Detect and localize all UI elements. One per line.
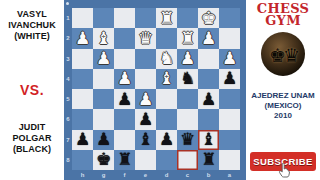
square-g3[interactable]: ♟ (93, 49, 114, 69)
square-a1[interactable] (219, 8, 240, 28)
square-e6[interactable]: ♟ (135, 109, 156, 129)
square-f7[interactable] (114, 130, 135, 150)
white-bishop-d4: ♝ (159, 70, 174, 87)
square-g6[interactable] (93, 109, 114, 129)
square-f6[interactable] (114, 109, 135, 129)
rank-label-2: 2 (64, 28, 72, 48)
file-label-f: f (114, 170, 135, 180)
square-d1[interactable]: ♜ (156, 8, 177, 28)
black-queen-c7: ♛ (180, 131, 195, 148)
square-f3[interactable] (114, 49, 135, 69)
square-a4[interactable]: ♟ (219, 69, 240, 89)
black-pawn-b5: ♟ (201, 90, 216, 107)
square-f8[interactable]: ♜ (114, 150, 135, 170)
square-d3[interactable]: ♞ (156, 49, 177, 69)
black-pawn-e6: ♟ (138, 110, 153, 127)
square-e4[interactable] (135, 69, 156, 89)
rank-label-3: 3 (64, 49, 72, 69)
square-c8[interactable] (177, 150, 198, 170)
square-g7[interactable]: ♟ (93, 130, 114, 150)
channel-logo: ♚♛ (261, 32, 305, 76)
board-corner-dot (66, 2, 70, 6)
black-bishop-b7: ♝ (201, 131, 216, 148)
square-h7[interactable]: ♟ (72, 130, 93, 150)
white-pawn-c3: ♟ (180, 50, 195, 67)
file-label-e: e (135, 170, 156, 180)
square-b3[interactable] (198, 49, 219, 69)
black-rook-b8: ♜ (201, 151, 216, 168)
square-g4[interactable] (93, 69, 114, 89)
black-king-g8: ♚ (96, 151, 111, 168)
black-pawn-g7: ♟ (96, 131, 111, 148)
square-d5[interactable] (156, 89, 177, 109)
square-c5[interactable] (177, 89, 198, 109)
square-g8[interactable]: ♚ (93, 150, 114, 170)
square-h2[interactable]: ♟ (72, 28, 93, 48)
square-d2[interactable] (156, 28, 177, 48)
square-d6[interactable] (156, 109, 177, 129)
vs-label: VS. (0, 82, 64, 98)
black-pawn-d7: ♟ (159, 131, 174, 148)
square-b6[interactable] (198, 109, 219, 129)
square-b5[interactable]: ♟ (198, 89, 219, 109)
rank-label-4: 4 (64, 69, 72, 89)
square-c4[interactable]: ♞ (177, 69, 198, 89)
square-b1[interactable]: ♚ (198, 8, 219, 28)
file-label-g: g (93, 170, 114, 180)
subscribe-button[interactable]: SUBSCRIBE (250, 152, 316, 171)
square-c2[interactable]: ♜ (177, 28, 198, 48)
rank-label-5: 5 (64, 89, 72, 109)
branding-panel: CHESS GYM ♚♛ AJEDREZ UNAM (MEXICO) 2010 … (246, 0, 320, 180)
square-c7[interactable]: ♛ (177, 130, 198, 150)
channel-brand: CHESS GYM (246, 3, 320, 28)
white-pawn-h2: ♟ (75, 29, 90, 46)
square-h4[interactable] (72, 69, 93, 89)
square-e1[interactable] (135, 8, 156, 28)
square-b4[interactable] (198, 69, 219, 89)
square-a3[interactable]: ♟ (219, 49, 240, 69)
rank-label-1: 1 (64, 8, 72, 28)
white-pawn-a3: ♟ (222, 50, 237, 67)
white-pawn-b2: ♟ (201, 29, 216, 46)
square-e2[interactable]: ♛ (135, 28, 156, 48)
square-b8[interactable]: ♜ (198, 150, 219, 170)
chess-board: ♜♚♟♝♛♜♟♟♞♟♟♟♝♞♟♟♟♟♟♟♟♝♟♛♝♚♜♜ (72, 8, 240, 170)
white-knight-d3: ♞ (159, 50, 174, 67)
square-a5[interactable] (219, 89, 240, 109)
black-pawn-a4: ♟ (222, 70, 237, 87)
square-d7[interactable]: ♟ (156, 130, 177, 150)
square-e7[interactable]: ♝ (135, 130, 156, 150)
logo-chess-pieces-icon: ♚♛ (269, 46, 297, 65)
event-title: AJEDREZ UNAM (MEXICO) 2010 (246, 91, 320, 121)
white-pawn-e5: ♟ (138, 90, 153, 107)
square-a8[interactable] (219, 150, 240, 170)
black-pawn-f5: ♟ (117, 90, 132, 107)
file-label-d: d (156, 170, 177, 180)
square-h8[interactable] (72, 150, 93, 170)
video-thumbnail: VASYL IVANCHUK (WHITE) VS. JUDIT POLGAR … (0, 0, 320, 180)
white-rook-c2: ♜ (180, 29, 195, 46)
square-c6[interactable] (177, 109, 198, 129)
white-player-name: VASYL IVANCHUK (WHITE) (0, 9, 64, 42)
black-pawn-h7: ♟ (75, 131, 90, 148)
rank-label-8: 8 (64, 150, 72, 170)
square-f2[interactable] (114, 28, 135, 48)
black-bishop-e7: ♝ (138, 131, 153, 148)
rank-label-7: 7 (64, 130, 72, 150)
square-a6[interactable] (219, 109, 240, 129)
square-e5[interactable]: ♟ (135, 89, 156, 109)
file-label-a: a (219, 170, 240, 180)
square-a2[interactable] (219, 28, 240, 48)
square-h6[interactable] (72, 109, 93, 129)
file-label-c: c (177, 170, 198, 180)
square-d4[interactable]: ♝ (156, 69, 177, 89)
square-a7[interactable] (219, 130, 240, 150)
square-h3[interactable] (72, 49, 93, 69)
square-c1[interactable] (177, 8, 198, 28)
black-rook-f8: ♜ (117, 151, 132, 168)
square-e8[interactable] (135, 150, 156, 170)
black-knight-c4: ♞ (180, 70, 195, 87)
chess-board-frame: ♜♚♟♝♛♜♟♟♞♟♟♟♝♞♟♟♟♟♟♟♟♝♟♛♝♚♜♜ 12345678 hg… (64, 0, 246, 180)
square-f5[interactable]: ♟ (114, 89, 135, 109)
square-g5[interactable] (93, 89, 114, 109)
square-e3[interactable] (135, 49, 156, 69)
file-label-b: b (198, 170, 219, 180)
file-label-h: h (72, 170, 93, 180)
square-g2[interactable]: ♝ (93, 28, 114, 48)
white-bishop-g2: ♝ (96, 29, 111, 46)
square-g1[interactable] (93, 8, 114, 28)
white-queen-e2: ♛ (138, 29, 153, 46)
square-d8[interactable] (156, 150, 177, 170)
subscribe-label: SUBSCRIBE (253, 156, 313, 167)
square-f1[interactable] (114, 8, 135, 28)
square-c3[interactable]: ♟ (177, 49, 198, 69)
square-b2[interactable]: ♟ (198, 28, 219, 48)
white-pawn-f4: ♟ (117, 70, 132, 87)
players-panel: VASYL IVANCHUK (WHITE) VS. JUDIT POLGAR … (0, 0, 64, 180)
white-rook-d1: ♜ (159, 9, 174, 26)
white-pawn-g3: ♟ (96, 50, 111, 67)
square-h1[interactable] (72, 8, 93, 28)
black-player-name: JUDIT POLGAR (BLACK) (0, 122, 64, 155)
square-f4[interactable]: ♟ (114, 69, 135, 89)
white-king-b1: ♚ (201, 9, 216, 26)
square-h5[interactable] (72, 89, 93, 109)
square-b7[interactable]: ♝ (198, 130, 219, 150)
rank-label-6: 6 (64, 109, 72, 129)
